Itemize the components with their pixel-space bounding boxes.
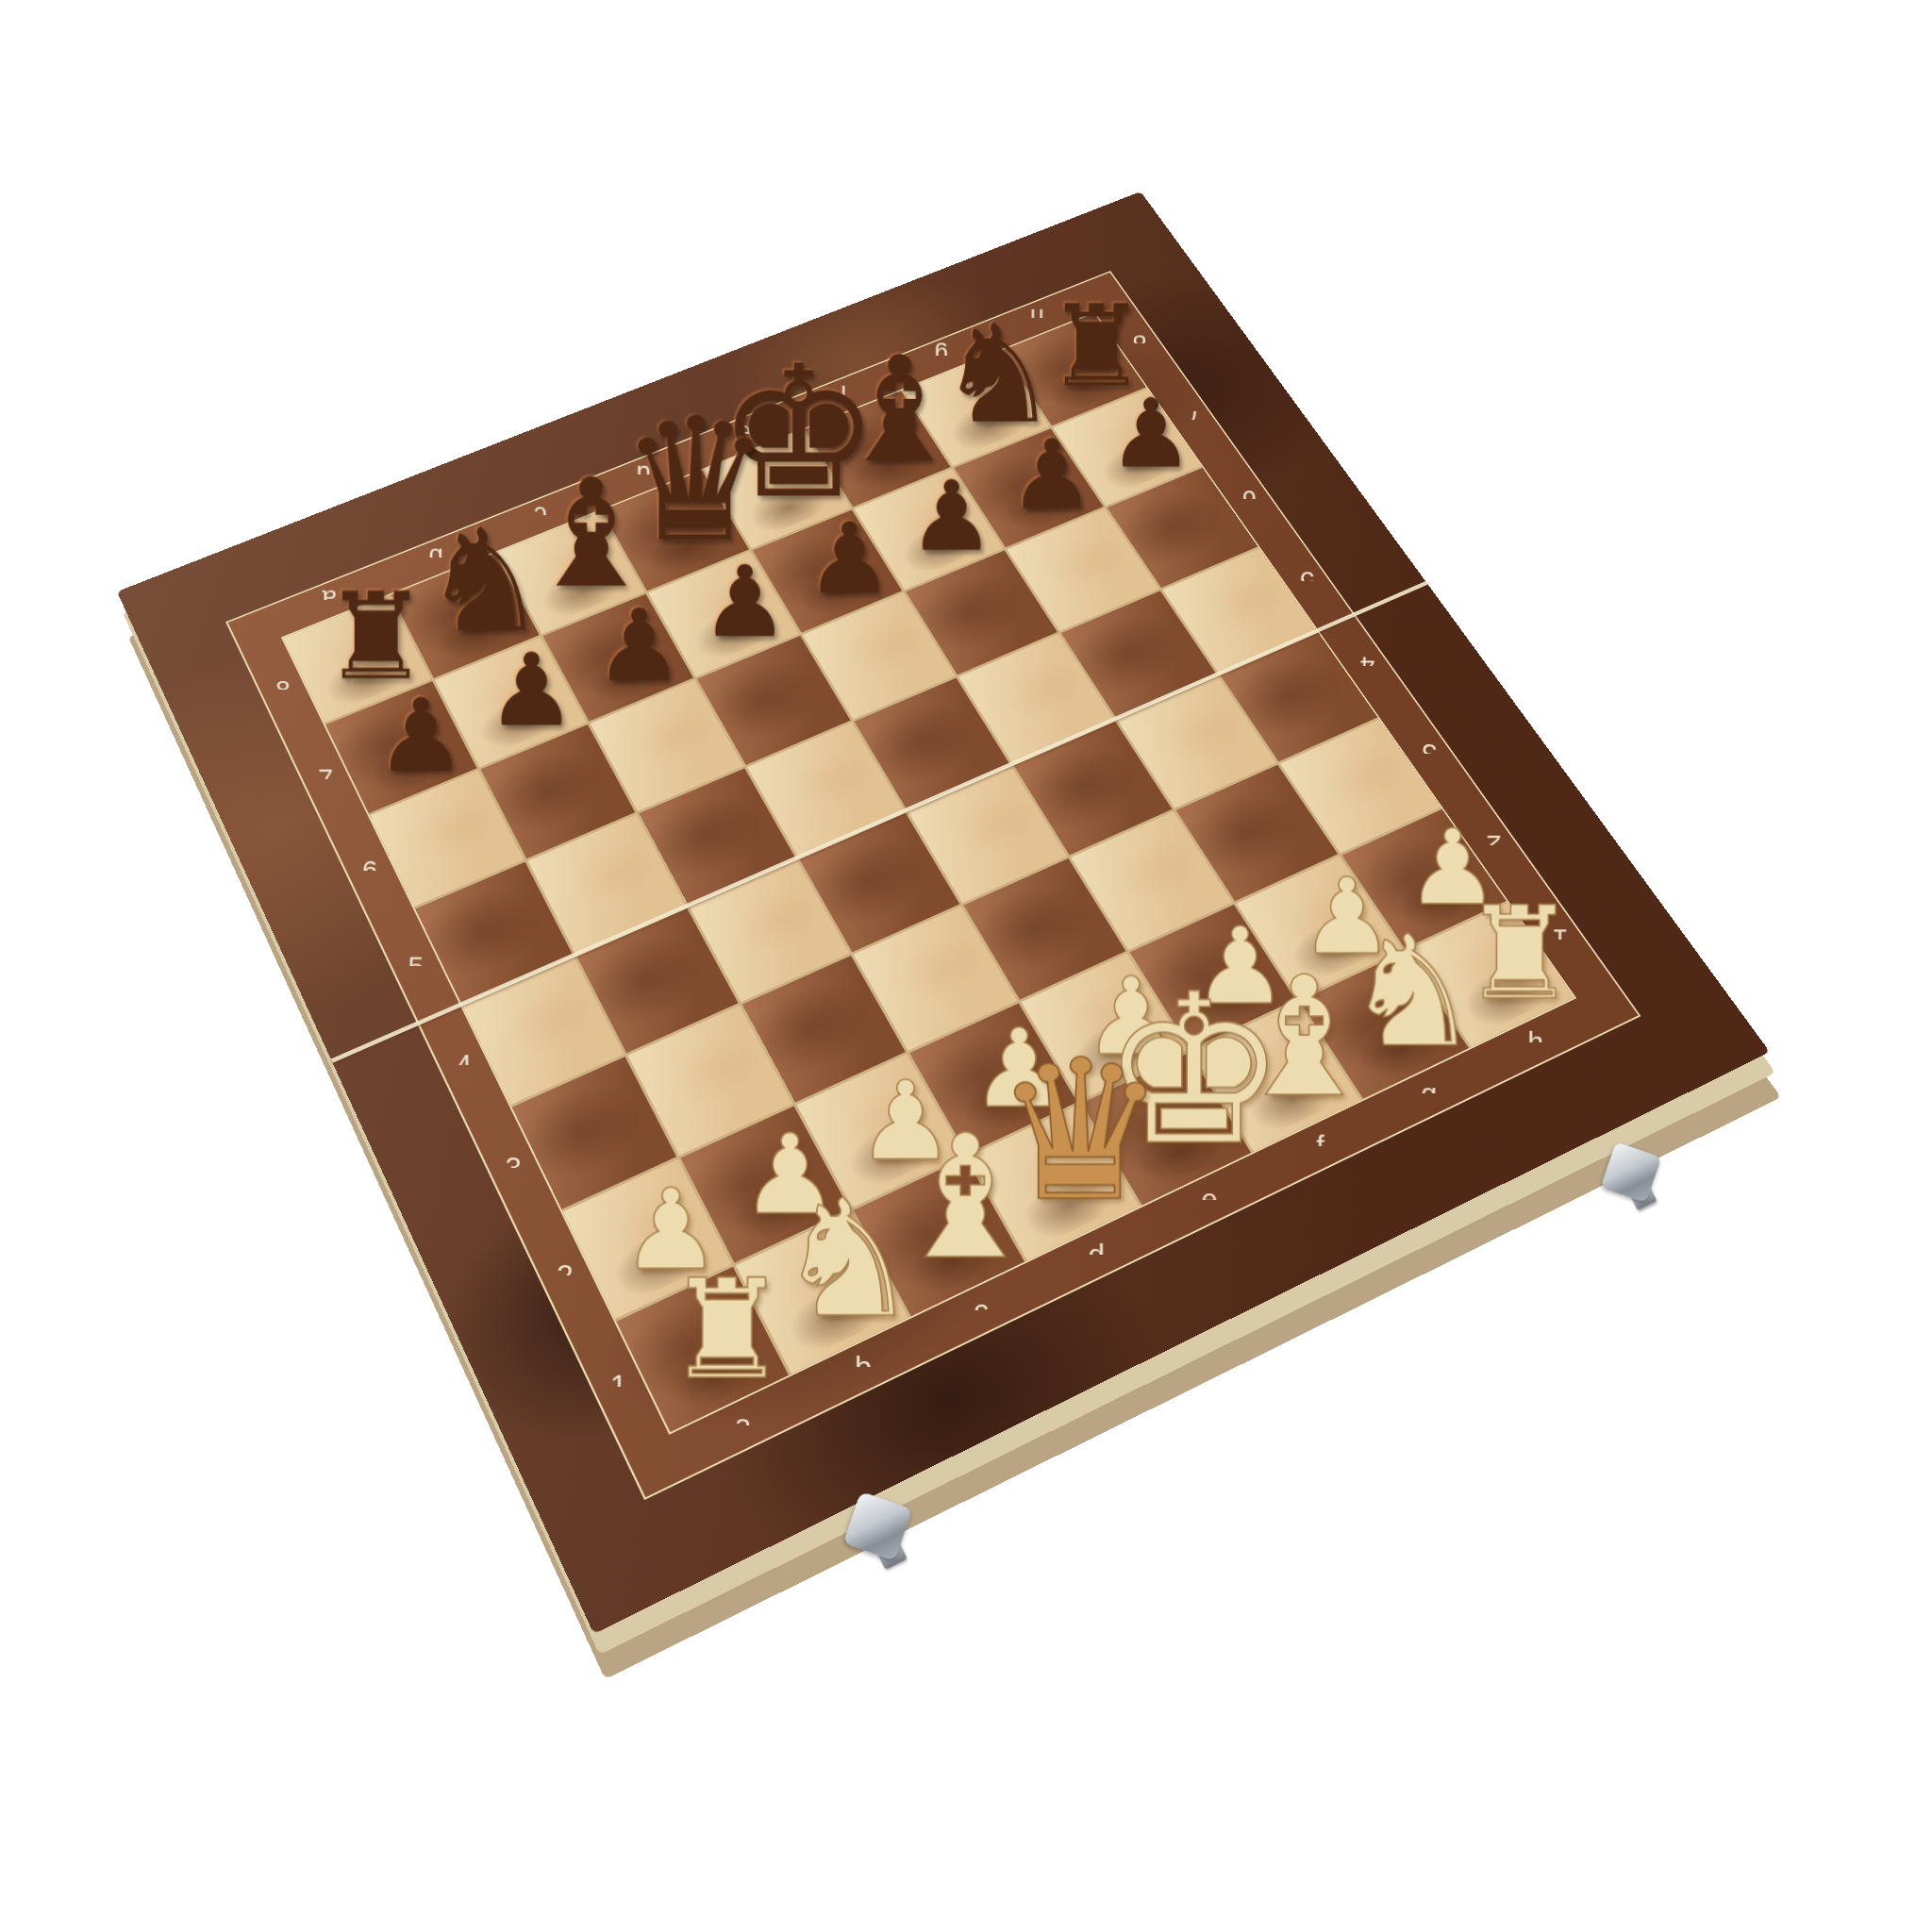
coord-file-c-near: c (959, 1290, 1001, 1331)
coord-file-f-near: f (1300, 1126, 1341, 1167)
piece-black-pawn-h7: ♟ (1108, 387, 1193, 482)
chess-board: ♜♞♝♛♚♝♞♜♟♟♟♟♟♟♟♟♟♟♟♟♟♟♟♟♜♞♝♛♚♝♞♜ 1122334… (117, 192, 1770, 1634)
piece-black-pawn-d7: ♟ (701, 553, 790, 652)
coord-rank-5-right: 5 (1290, 563, 1325, 599)
coord-rank-6-right: 6 (1232, 481, 1268, 517)
piece-black-pawn-c7: ♟ (594, 595, 684, 695)
coord-file-d-near: d (1075, 1234, 1117, 1275)
coord-rank-3-left: 3 (493, 1148, 534, 1189)
coord-file-b-near: b (841, 1346, 883, 1388)
coord-file-e-near: e (1189, 1179, 1229, 1220)
piece-black-pawn-f7: ♟ (908, 468, 995, 565)
coord-rank-1-left: 1 (597, 1365, 640, 1407)
piece-black-pawn-a7: ♟ (375, 685, 466, 786)
piece-black-pawn-g7: ♟ (1009, 427, 1095, 524)
coord-rank-3-right: 3 (1410, 735, 1448, 773)
coord-file-g-near: g (1408, 1074, 1448, 1113)
coord-file-a-near: a (722, 1405, 764, 1447)
coord-rank-4-right: 4 (1349, 647, 1386, 684)
product-photo: ♜♞♝♛♚♝♞♜♟♟♟♟♟♟♟♟♟♟♟♟♟♟♟♟♜♞♝♛♚♝♞♜ 1122334… (0, 0, 1932, 1932)
piece-black-pawn-e7: ♟ (806, 509, 893, 608)
coord-rank-2-left: 2 (544, 1255, 586, 1296)
coord-rank-4-left: 4 (443, 1045, 483, 1085)
coord-rank-8-left: 8 (264, 672, 301, 708)
piece-white-knight-b1: ♞ (774, 1178, 920, 1340)
piece-black-pawn-b7: ♟ (486, 640, 575, 740)
piece-white-rook-a1: ♜ (666, 1261, 789, 1398)
coord-rank-6-left: 6 (351, 851, 389, 889)
